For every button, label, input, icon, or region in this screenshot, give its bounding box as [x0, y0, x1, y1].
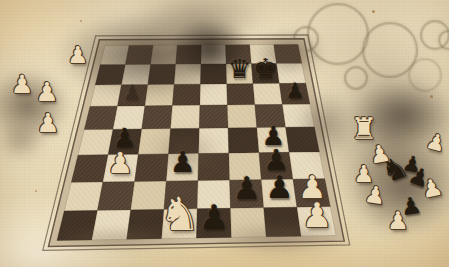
piece-black-pawn-b6[interactable]: ♟ [123, 82, 142, 103]
captured-white-pawn[interactable]: ♟ [68, 44, 89, 67]
captured-white-pawn[interactable]: ♟ [424, 130, 448, 156]
piece-black-king-g7[interactable]: ♚ [253, 54, 278, 82]
piece-black-pawn-e1[interactable]: ♟ [199, 200, 229, 234]
piece-black-pawn-f2[interactable]: ♟ [233, 173, 261, 204]
captured-white-pawn[interactable]: ♟ [36, 110, 59, 136]
piece-white-knight-d1[interactable]: ♞ [159, 190, 200, 236]
piece-black-pawn-g2[interactable]: ♟ [265, 172, 293, 203]
piece-white-pawn-h1[interactable]: ♟ [302, 198, 332, 232]
chess-artwork-scene: ♛♚♟♟♟♟♟♟♟♟♟♟♞♟♟♟♟♟♟♜♟♟♟♟♞♟♟♟♟♟ [0, 0, 449, 267]
piece-black-queen-f7[interactable]: ♛ [228, 55, 252, 81]
piece-white-pawn-b3[interactable]: ♟ [107, 149, 133, 178]
captured-white-rook[interactable]: ♜ [351, 114, 378, 144]
captured-white-pawn[interactable]: ♟ [387, 209, 409, 233]
captured-white-pawn[interactable]: ♟ [11, 72, 34, 97]
piece-black-pawn-d3[interactable]: ♟ [170, 148, 196, 177]
captured-white-pawn[interactable]: ♟ [363, 183, 387, 209]
pieces-layer: ♛♚♟♟♟♟♟♟♟♟♟♟♞♟♟♟♟♟♟♜♟♟♟♟♞♟♟♟♟♟ [0, 0, 449, 267]
piece-black-pawn-h6[interactable]: ♟ [286, 80, 305, 101]
captured-white-pawn[interactable]: ♟ [35, 79, 58, 105]
captured-white-pawn[interactable]: ♟ [419, 175, 444, 202]
